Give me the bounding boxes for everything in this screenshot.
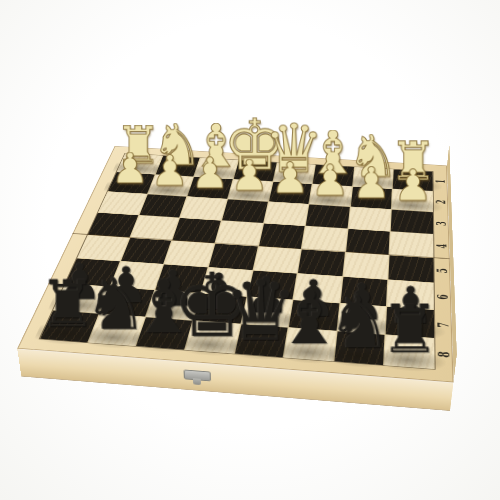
square-e4: [215, 221, 262, 246]
piece-white-pawn-g2: ♟: [151, 154, 189, 188]
piece-white-pawn-c2: ♟: [311, 163, 350, 197]
piece-white-pawn-d2: ♟: [271, 161, 309, 195]
square-f4: [173, 218, 221, 243]
square-d3: [264, 202, 309, 226]
square-h4: [88, 213, 138, 237]
square-g4: [130, 215, 179, 240]
board-frame: ♜♞♝♚♛♝♞♜♟♟♟♟♟♟♟♟♟♟♟♟♟♟♟♟♜♞♝♚♛♝♞♜ 1234567…: [17, 146, 453, 382]
square-c2: ♟: [309, 184, 351, 206]
piece-white-pawn-b2: ♟: [352, 166, 391, 201]
piece-black-rook-a8: ♜: [380, 303, 440, 356]
chess-box: ♜♞♝♚♛♝♞♜♟♟♟♟♟♟♟♟♟♟♟♟♟♟♟♟♜♞♝♚♛♝♞♜ 1234567…: [17, 146, 453, 382]
square-c3: [306, 204, 350, 228]
square-b8: ♞: [334, 332, 385, 365]
chess-board: ♜♞♝♚♛♝♞♜♟♟♟♟♟♟♟♟♟♟♟♟♟♟♟♟♜♞♝♚♛♝♞♜: [39, 153, 436, 370]
square-a8: ♜: [385, 335, 435, 369]
square-g3: [139, 194, 186, 217]
square-c4: [302, 226, 347, 251]
piece-white-pawn-f2: ♟: [190, 156, 228, 190]
photo-background: ♜♞♝♚♛♝♞♜♟♟♟♟♟♟♟♟♟♟♟♟♟♟♟♟♜♞♝♚♛♝♞♜ 1234567…: [0, 0, 500, 500]
square-b3: [348, 207, 391, 231]
square-b2: ♟: [351, 186, 393, 209]
square-e3: [222, 199, 268, 223]
square-b4: [346, 229, 390, 255]
piece-white-pawn-h2: ♟: [111, 152, 149, 186]
scene: ♜♞♝♚♛♝♞♜♟♟♟♟♟♟♟♟♟♟♟♟♟♟♟♟♜♞♝♚♛♝♞♜ 1234567…: [68, 56, 448, 436]
square-d4: [259, 223, 305, 248]
square-f3: [180, 197, 227, 220]
metal-clasp-icon: [184, 369, 212, 381]
piece-white-pawn-e2: ♟: [230, 159, 268, 193]
